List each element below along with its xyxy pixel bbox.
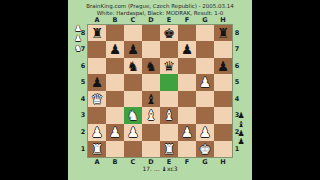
square-b1 [106, 141, 124, 158]
square-f2: ♟ [178, 124, 196, 141]
move-caption: 17. ... ♝xc3 [68, 165, 252, 172]
square-d7 [142, 41, 160, 58]
square-a7 [88, 41, 106, 58]
captured-white-pawn-icon: ♟ [72, 23, 84, 33]
piece-white-bishop: ♝ [142, 107, 160, 124]
piece-white-pawn: ♟ [124, 124, 142, 141]
square-e6: ♛ [160, 58, 178, 75]
piece-black-knight: ♞ [124, 58, 142, 75]
coord-label-6: 6 [233, 58, 241, 75]
right-black-bar [252, 0, 320, 180]
piece-white-pawn: ♟ [196, 74, 214, 91]
coord-label-E: E [160, 16, 178, 24]
square-h3 [214, 107, 232, 124]
square-e3: ♝ [160, 107, 178, 124]
square-c3: ♞ [124, 107, 142, 124]
square-g4 [196, 91, 214, 108]
square-g3 [196, 107, 214, 124]
square-d4: ♝ [142, 91, 160, 108]
square-f1 [178, 141, 196, 158]
square-b4 [106, 91, 124, 108]
captured-black-tray: ♟♝♟♟ [235, 112, 247, 147]
piece-white-pawn: ♟ [196, 124, 214, 141]
square-c4 [124, 91, 142, 108]
square-h2 [214, 124, 232, 141]
square-f8 [178, 25, 196, 42]
square-h7 [214, 41, 232, 58]
piece-white-queen: ♛ [88, 91, 106, 108]
piece-black-queen: ♛ [160, 58, 178, 75]
square-g7 [196, 41, 214, 58]
square-b5 [106, 74, 124, 91]
square-c5 [124, 74, 142, 91]
piece-black-rook: ♜ [88, 25, 106, 42]
square-c8 [124, 25, 142, 42]
square-c6: ♞ [124, 58, 142, 75]
square-c1 [124, 141, 142, 158]
square-h6: ♟ [214, 58, 232, 75]
captured-black-pawn-icon: ♟ [235, 138, 247, 147]
coord-label-8: 8 [233, 25, 241, 42]
coord-label-2: 2 [79, 124, 87, 141]
square-b6 [106, 58, 124, 75]
square-a3 [88, 107, 106, 124]
coord-label-4: 4 [79, 91, 87, 108]
piece-black-pawn: ♟ [124, 41, 142, 58]
square-a4: ♛ [88, 91, 106, 108]
coord-label-G: G [196, 16, 214, 24]
coord-label-B: B [106, 16, 124, 24]
square-e8: ♚ [160, 25, 178, 42]
square-e7 [160, 41, 178, 58]
square-f5 [178, 74, 196, 91]
piece-black-pawn: ♟ [88, 74, 106, 91]
square-e1: ♜ [160, 141, 178, 158]
coord-label-1: 1 [79, 141, 87, 158]
coord-label-D: D [142, 16, 160, 24]
square-a6 [88, 58, 106, 75]
coord-label-H: H [214, 16, 232, 24]
piece-black-pawn: ♟ [214, 58, 232, 75]
captured-white-tray: ♟♟♞ [72, 23, 84, 54]
square-g8 [196, 25, 214, 42]
square-d1 [142, 141, 160, 158]
square-f7: ♟ [178, 41, 196, 58]
square-a1: ♜ [88, 141, 106, 158]
square-d5 [142, 74, 160, 91]
square-e2 [160, 124, 178, 141]
coord-label-C: C [124, 16, 142, 24]
piece-black-king: ♚ [160, 25, 178, 42]
square-c7: ♟ [124, 41, 142, 58]
piece-black-pawn: ♟ [178, 41, 196, 58]
captured-white-knight-icon: ♞ [72, 43, 84, 53]
square-h8: ♜ [214, 25, 232, 42]
square-f6 [178, 58, 196, 75]
coord-label-5: 5 [79, 74, 87, 91]
square-h4 [214, 91, 232, 108]
square-a8: ♜ [88, 25, 106, 42]
left-black-bar [0, 0, 68, 180]
coord-label-6: 6 [79, 58, 87, 75]
coord-label-5: 5 [233, 74, 241, 91]
square-d6: ♞ [142, 58, 160, 75]
piece-white-rook: ♜ [160, 141, 178, 158]
square-d2 [142, 124, 160, 141]
video-frame: BrainKing.com (Prague, Czech Republic) -… [0, 0, 320, 180]
square-b2: ♟ [106, 124, 124, 141]
square-g2: ♟ [196, 124, 214, 141]
event-header: BrainKing.com (Prague, Czech Republic) -… [68, 3, 252, 10]
square-f4 [178, 91, 196, 108]
square-h5 [214, 74, 232, 91]
piece-black-rook: ♜ [214, 25, 232, 42]
piece-white-bishop: ♝ [160, 107, 178, 124]
coord-label-7: 7 [233, 41, 241, 58]
coord-label-A: A [88, 16, 106, 24]
square-f3 [178, 107, 196, 124]
captured-white-pawn-icon: ♟ [72, 33, 84, 43]
square-g1: ♚ [196, 141, 214, 158]
piece-white-pawn: ♟ [106, 124, 124, 141]
piece-white-pawn: ♟ [178, 124, 196, 141]
square-d3: ♝ [142, 107, 160, 124]
square-b7: ♟ [106, 41, 124, 58]
piece-white-knight: ♞ [124, 107, 142, 124]
square-b3 [106, 107, 124, 124]
square-g5: ♟ [196, 74, 214, 91]
coord-label-3: 3 [79, 107, 87, 124]
piece-black-pawn: ♟ [106, 41, 124, 58]
coord-label-F: F [178, 16, 196, 24]
square-d8 [142, 25, 160, 42]
square-h1 [214, 141, 232, 158]
square-e4 [160, 91, 178, 108]
square-a5: ♟ [88, 74, 106, 91]
square-g6 [196, 58, 214, 75]
square-a2: ♟ [88, 124, 106, 141]
square-c2: ♟ [124, 124, 142, 141]
square-e5 [160, 74, 178, 91]
piece-black-bishop: ♝ [142, 91, 160, 108]
file-labels-top: ABCDEFGH [88, 16, 232, 24]
piece-white-rook: ♜ [88, 141, 106, 158]
coord-label-4: 4 [233, 91, 241, 108]
chess-board: ♜♚♜♟♟♟♞♞♛♟♟♟♛♝♞♝♝♟♟♟♟♟♜♜♚ [88, 25, 232, 158]
piece-white-king: ♚ [196, 141, 214, 158]
square-b8 [106, 25, 124, 42]
piece-black-knight: ♞ [142, 58, 160, 75]
piece-white-pawn: ♟ [88, 124, 106, 141]
